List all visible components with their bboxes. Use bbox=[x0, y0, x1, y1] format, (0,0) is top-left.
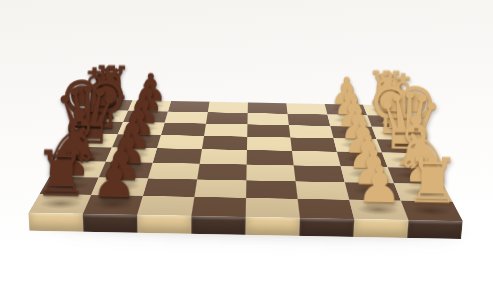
edge-wood-band bbox=[299, 218, 354, 237]
square-a8[interactable]: ♜ bbox=[29, 194, 92, 214]
square-c3[interactable] bbox=[294, 165, 345, 182]
square-g5[interactable] bbox=[206, 112, 248, 124]
perspective-scene: ♜♟♟♜♞♟♟♞♝♟♟♝♚♟♟♚♛♟♟♛♝♟♟♝♞♟♟♞♜♟♟♜ bbox=[64, 0, 431, 295]
black-pawn-a7[interactable]: ♟ bbox=[91, 154, 137, 206]
square-b6[interactable] bbox=[143, 179, 197, 197]
square-a3[interactable] bbox=[298, 199, 355, 219]
square-e6[interactable] bbox=[157, 135, 204, 149]
camera-roll-wrapper: ♜♟♟♜♞♟♟♞♝♟♟♝♚♟♟♚♛♟♟♛♝♟♟♝♞♟♟♞♜♟♟♜ bbox=[0, 0, 493, 295]
square-g3[interactable] bbox=[288, 114, 331, 126]
square-g6[interactable] bbox=[165, 112, 208, 124]
square-b4[interactable] bbox=[246, 180, 298, 198]
square-a4[interactable] bbox=[246, 198, 300, 218]
square-h6[interactable] bbox=[168, 101, 210, 112]
square-a7[interactable]: ♟ bbox=[83, 195, 143, 215]
photo-stage: ♜♟♟♜♞♟♟♞♝♟♟♝♚♟♟♚♛♟♟♛♝♟♟♝♞♟♟♞♜♟♟♜ bbox=[0, 0, 493, 295]
square-a5[interactable] bbox=[191, 197, 246, 217]
square-g4[interactable] bbox=[247, 113, 288, 125]
edge-wood-band bbox=[407, 220, 463, 239]
white-pawn-a2[interactable]: ♟ bbox=[356, 159, 402, 211]
edge-wood-band bbox=[137, 215, 191, 234]
edge-wood-band bbox=[353, 219, 408, 238]
square-e3[interactable] bbox=[290, 138, 337, 152]
square-d4[interactable] bbox=[247, 150, 294, 165]
square-f4[interactable] bbox=[247, 124, 290, 137]
square-c6[interactable] bbox=[148, 163, 200, 180]
edge-wood-band bbox=[83, 214, 138, 233]
chessboard: ♜♟♟♜♞♟♟♞♝♟♟♝♚♟♟♚♛♟♟♛♝♟♟♝♞♟♟♞♜♟♟♜ bbox=[29, 100, 463, 222]
square-e4[interactable] bbox=[247, 137, 292, 151]
square-h5[interactable] bbox=[208, 102, 248, 113]
square-e5[interactable] bbox=[202, 136, 247, 150]
edge-wood-band bbox=[191, 216, 245, 235]
square-a1[interactable]: ♜ bbox=[401, 201, 463, 221]
square-f5[interactable] bbox=[204, 124, 247, 137]
square-d5[interactable] bbox=[200, 149, 247, 164]
edge-wood-band bbox=[245, 217, 300, 236]
square-b3[interactable] bbox=[296, 181, 350, 199]
white-rook-a1[interactable]: ♜ bbox=[403, 149, 460, 213]
square-h3[interactable] bbox=[286, 103, 327, 114]
square-f3[interactable] bbox=[289, 125, 334, 138]
edge-wood-band bbox=[29, 213, 84, 232]
square-c5[interactable] bbox=[197, 164, 247, 181]
square-d3[interactable] bbox=[292, 151, 341, 166]
square-b5[interactable] bbox=[194, 179, 246, 197]
square-h4[interactable] bbox=[248, 103, 288, 114]
board-grid: ♜♟♟♜♞♟♟♞♝♟♟♝♚♟♟♚♛♟♟♛♝♟♟♝♞♟♟♞♜♟♟♜ bbox=[29, 100, 463, 222]
square-f6[interactable] bbox=[161, 123, 206, 136]
square-d6[interactable] bbox=[153, 148, 202, 163]
square-a2[interactable]: ♟ bbox=[349, 200, 408, 220]
square-a6[interactable] bbox=[137, 196, 194, 216]
black-rook-a8[interactable]: ♜ bbox=[32, 141, 89, 205]
square-c4[interactable] bbox=[246, 165, 295, 182]
